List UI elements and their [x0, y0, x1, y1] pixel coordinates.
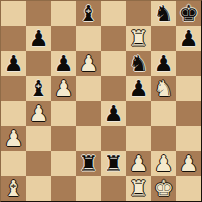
- square-d1[interactable]: [76, 176, 101, 201]
- square-h6[interactable]: [176, 51, 201, 76]
- black-rook-piece: ♜: [79, 151, 99, 176]
- square-c1[interactable]: [51, 176, 76, 201]
- square-f4[interactable]: [126, 101, 151, 126]
- square-g4[interactable]: [151, 101, 176, 126]
- black-pawn-piece: ♟: [129, 76, 149, 101]
- square-c3[interactable]: [51, 126, 76, 151]
- square-b6[interactable]: [26, 51, 51, 76]
- square-e6[interactable]: [101, 51, 126, 76]
- square-d2[interactable]: ♜: [76, 151, 101, 176]
- square-a4[interactable]: [1, 101, 26, 126]
- square-h8[interactable]: ♚: [176, 1, 201, 26]
- black-knight-piece: ♞: [129, 51, 149, 76]
- white-pawn-piece: ♟: [129, 151, 149, 176]
- square-c5[interactable]: ♟: [51, 76, 76, 101]
- square-g5[interactable]: ♞: [151, 76, 176, 101]
- square-h4[interactable]: [176, 101, 201, 126]
- square-b7[interactable]: ♟: [26, 26, 51, 51]
- square-g8[interactable]: ♞: [151, 1, 176, 26]
- square-d3[interactable]: [76, 126, 101, 151]
- square-c7[interactable]: [51, 26, 76, 51]
- square-e5[interactable]: [101, 76, 126, 101]
- square-e4[interactable]: ♟: [101, 101, 126, 126]
- white-rook-piece: ♜: [129, 26, 149, 51]
- square-b4[interactable]: ♟: [26, 101, 51, 126]
- square-a8[interactable]: [1, 1, 26, 26]
- square-f3[interactable]: [126, 126, 151, 151]
- white-pawn-piece: ♟: [29, 101, 49, 126]
- white-pawn-piece: ♟: [54, 76, 74, 101]
- square-g6[interactable]: ♟: [151, 51, 176, 76]
- black-bishop-piece: ♝: [79, 1, 99, 26]
- square-c4[interactable]: [51, 101, 76, 126]
- black-pawn-piece: ♟: [29, 26, 49, 51]
- square-d7[interactable]: [76, 26, 101, 51]
- square-c6[interactable]: ♟: [51, 51, 76, 76]
- black-king-piece: ♚: [179, 1, 199, 26]
- square-h2[interactable]: ♟: [176, 151, 201, 176]
- square-c8[interactable]: [51, 1, 76, 26]
- chess-board: ♝♞♚♟♜♟♟♟♟♞♟♝♟♟♞♟♟♟♜♜♟♟♟♝♜♚: [0, 0, 202, 202]
- square-h3[interactable]: [176, 126, 201, 151]
- black-pawn-piece: ♟: [154, 51, 174, 76]
- square-d6[interactable]: ♟: [76, 51, 101, 76]
- square-d4[interactable]: [76, 101, 101, 126]
- white-king-piece: ♚: [154, 176, 174, 201]
- square-b3[interactable]: [26, 126, 51, 151]
- black-bishop-piece: ♝: [29, 76, 49, 101]
- square-h7[interactable]: ♟: [176, 26, 201, 51]
- square-f2[interactable]: ♟: [126, 151, 151, 176]
- white-bishop-piece: ♝: [4, 176, 24, 201]
- square-b8[interactable]: [26, 1, 51, 26]
- white-pawn-piece: ♟: [179, 151, 199, 176]
- square-b5[interactable]: ♝: [26, 76, 51, 101]
- square-f7[interactable]: ♜: [126, 26, 151, 51]
- black-rook-piece: ♜: [104, 151, 124, 176]
- square-a5[interactable]: [1, 76, 26, 101]
- square-g3[interactable]: [151, 126, 176, 151]
- square-c2[interactable]: [51, 151, 76, 176]
- square-a6[interactable]: ♟: [1, 51, 26, 76]
- square-g7[interactable]: [151, 26, 176, 51]
- square-b1[interactable]: [26, 176, 51, 201]
- square-f6[interactable]: ♞: [126, 51, 151, 76]
- black-pawn-piece: ♟: [54, 51, 74, 76]
- square-e3[interactable]: [101, 126, 126, 151]
- square-b2[interactable]: [26, 151, 51, 176]
- black-pawn-piece: ♟: [104, 101, 124, 126]
- square-f1[interactable]: ♜: [126, 176, 151, 201]
- square-g1[interactable]: ♚: [151, 176, 176, 201]
- square-h1[interactable]: [176, 176, 201, 201]
- square-e2[interactable]: ♜: [101, 151, 126, 176]
- square-e1[interactable]: [101, 176, 126, 201]
- white-pawn-piece: ♟: [79, 51, 99, 76]
- square-d8[interactable]: ♝: [76, 1, 101, 26]
- black-pawn-piece: ♟: [179, 26, 199, 51]
- square-d5[interactable]: [76, 76, 101, 101]
- square-f5[interactable]: ♟: [126, 76, 151, 101]
- black-pawn-piece: ♟: [4, 51, 24, 76]
- square-g2[interactable]: ♟: [151, 151, 176, 176]
- white-knight-piece: ♞: [154, 76, 174, 101]
- square-a7[interactable]: [1, 26, 26, 51]
- square-a2[interactable]: [1, 151, 26, 176]
- white-pawn-piece: ♟: [154, 151, 174, 176]
- square-e8[interactable]: [101, 1, 126, 26]
- white-pawn-piece: ♟: [4, 126, 24, 151]
- square-e7[interactable]: [101, 26, 126, 51]
- square-h5[interactable]: [176, 76, 201, 101]
- black-knight-piece: ♞: [154, 1, 174, 26]
- square-a3[interactable]: ♟: [1, 126, 26, 151]
- square-a1[interactable]: ♝: [1, 176, 26, 201]
- square-f8[interactable]: [126, 1, 151, 26]
- white-rook-piece: ♜: [129, 176, 149, 201]
